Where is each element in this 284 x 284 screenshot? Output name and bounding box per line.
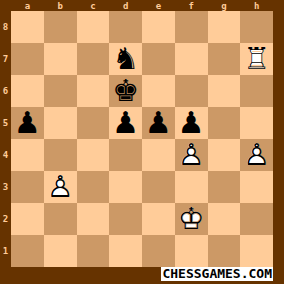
square-f8 (175, 11, 208, 43)
black-pawn-icon: ♟ (175, 107, 208, 139)
file-label-d: d (109, 0, 142, 11)
square-h2 (240, 203, 273, 235)
white-king-icon: ♚♔ (175, 203, 208, 235)
rank-label-2: 2 (0, 203, 11, 235)
square-c1 (77, 235, 110, 267)
square-d1 (109, 235, 142, 267)
white-pawn-icon: ♟♙ (175, 139, 208, 171)
square-h8 (240, 11, 273, 43)
black-king-icon: ♚ (109, 75, 142, 107)
square-e4 (142, 139, 175, 171)
square-a7 (11, 43, 44, 75)
file-label-f: f (175, 0, 208, 11)
square-d6: ♚ (109, 75, 142, 107)
file-label-c: c (77, 0, 110, 11)
square-e3 (142, 171, 175, 203)
square-f3 (175, 171, 208, 203)
square-f5: ♟ (175, 107, 208, 139)
square-h4: ♟♙ (240, 139, 273, 171)
square-h6 (240, 75, 273, 107)
square-b2 (44, 203, 77, 235)
chess-board: ♞♜♖♚♟♟♟♟♟♙♟♙♟♙♚♔ (11, 11, 273, 267)
square-b5 (44, 107, 77, 139)
square-c5 (77, 107, 110, 139)
square-h3 (240, 171, 273, 203)
rank-label-3: 3 (0, 171, 11, 203)
square-g1 (208, 235, 241, 267)
square-c3 (77, 171, 110, 203)
chess-diagram: ♞♜♖♚♟♟♟♟♟♙♟♙♟♙♚♔ abcdefgh 87654321 CHESS… (0, 0, 284, 284)
square-b6 (44, 75, 77, 107)
black-pawn-icon: ♟ (11, 107, 44, 139)
square-b1 (44, 235, 77, 267)
square-a3 (11, 171, 44, 203)
square-d2 (109, 203, 142, 235)
square-c6 (77, 75, 110, 107)
square-e2 (142, 203, 175, 235)
square-h5 (240, 107, 273, 139)
square-d3 (109, 171, 142, 203)
white-pawn-icon: ♟♙ (44, 171, 77, 203)
square-d4 (109, 139, 142, 171)
square-f4: ♟♙ (175, 139, 208, 171)
rank-label-1: 1 (0, 235, 11, 267)
file-label-a: a (11, 0, 44, 11)
square-e7 (142, 43, 175, 75)
square-h1 (240, 235, 273, 267)
square-b8 (44, 11, 77, 43)
file-label-h: h (240, 0, 273, 11)
square-e8 (142, 11, 175, 43)
square-e6 (142, 75, 175, 107)
black-pawn-icon: ♟ (142, 107, 175, 139)
square-g3 (208, 171, 241, 203)
square-c7 (77, 43, 110, 75)
square-d8 (109, 11, 142, 43)
square-f2: ♚♔ (175, 203, 208, 235)
square-f7 (175, 43, 208, 75)
rank-label-6: 6 (0, 75, 11, 107)
square-h7: ♜♖ (240, 43, 273, 75)
rank-label-7: 7 (0, 43, 11, 75)
square-b7 (44, 43, 77, 75)
square-g5 (208, 107, 241, 139)
square-a1 (11, 235, 44, 267)
file-label-e: e (142, 0, 175, 11)
square-a5: ♟ (11, 107, 44, 139)
square-a8 (11, 11, 44, 43)
square-d5: ♟ (109, 107, 142, 139)
square-g6 (208, 75, 241, 107)
rank-label-8: 8 (0, 11, 11, 43)
square-e1 (142, 235, 175, 267)
white-rook-icon: ♜♖ (240, 43, 273, 75)
rank-label-4: 4 (0, 139, 11, 171)
square-g8 (208, 11, 241, 43)
square-c4 (77, 139, 110, 171)
square-c2 (77, 203, 110, 235)
watermark-chessgames: CHESSGAMES.COM (161, 267, 273, 281)
square-e5: ♟ (142, 107, 175, 139)
white-pawn-icon: ♟♙ (240, 139, 273, 171)
rank-label-5: 5 (0, 107, 11, 139)
black-knight-icon: ♞ (109, 43, 142, 75)
square-g2 (208, 203, 241, 235)
square-d7: ♞ (109, 43, 142, 75)
black-pawn-icon: ♟ (109, 107, 142, 139)
square-g7 (208, 43, 241, 75)
square-a2 (11, 203, 44, 235)
square-f6 (175, 75, 208, 107)
square-f1 (175, 235, 208, 267)
square-c8 (77, 11, 110, 43)
file-label-g: g (208, 0, 241, 11)
square-a4 (11, 139, 44, 171)
square-a6 (11, 75, 44, 107)
square-g4 (208, 139, 241, 171)
square-b4 (44, 139, 77, 171)
square-b3: ♟♙ (44, 171, 77, 203)
file-label-b: b (44, 0, 77, 11)
